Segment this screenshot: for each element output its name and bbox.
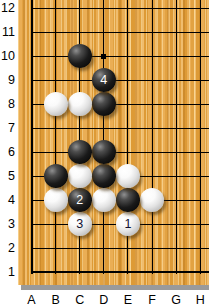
grid-line-col-F	[152, 0, 153, 274]
grid-line-row-1	[31, 271, 210, 273]
row-label-8: 8	[0, 96, 15, 112]
stone-white-C8[interactable]	[68, 92, 92, 116]
row-label-9: 9	[0, 72, 15, 88]
row-label-5: 5	[0, 168, 15, 184]
stone-white-C3[interactable]: 3	[68, 212, 92, 236]
row-label-12: 12	[0, 0, 15, 16]
grid-line-col-G	[176, 0, 177, 274]
move-number-3: 3	[68, 212, 92, 236]
grid-line-col-A	[31, 0, 33, 274]
row-label-1: 1	[0, 264, 15, 280]
row-label-11: 11	[0, 24, 15, 40]
stone-black-D6[interactable]	[92, 140, 116, 164]
grid-line-row-10	[31, 56, 210, 57]
stone-black-E4[interactable]	[116, 188, 140, 212]
grid-line-row-6	[31, 152, 210, 153]
go-board[interactable]	[18, 0, 209, 285]
col-label-H: H	[192, 292, 208, 308]
stone-black-C4[interactable]: 2	[68, 188, 92, 212]
grid-line-row-9	[31, 80, 210, 81]
stone-white-E3[interactable]: 1	[116, 212, 140, 236]
col-label-C: C	[72, 292, 88, 308]
col-label-G: G	[168, 292, 184, 308]
stone-black-B5[interactable]	[44, 164, 68, 188]
grid-line-col-H	[200, 0, 201, 274]
col-label-B: B	[48, 292, 64, 308]
move-number-1: 1	[116, 212, 140, 236]
stone-white-E5[interactable]	[116, 164, 140, 188]
grid-line-col-D	[103, 0, 104, 274]
stone-black-D5[interactable]	[92, 164, 116, 188]
stone-white-C5[interactable]	[68, 164, 92, 188]
grid-line-row-11	[31, 32, 210, 33]
col-label-F: F	[144, 292, 160, 308]
stone-white-F4[interactable]	[140, 188, 164, 212]
stone-white-B8[interactable]	[44, 92, 68, 116]
row-label-4: 4	[0, 192, 15, 208]
row-label-2: 2	[0, 240, 15, 256]
row-label-10: 10	[0, 48, 15, 64]
stone-white-D4[interactable]	[92, 188, 116, 212]
stone-white-B4[interactable]	[44, 188, 68, 212]
row-label-7: 7	[0, 120, 15, 136]
col-label-D: D	[96, 292, 112, 308]
stone-black-C6[interactable]	[68, 140, 92, 164]
stone-black-C10[interactable]	[68, 44, 92, 68]
move-number-4: 4	[92, 68, 116, 92]
row-label-6: 6	[0, 144, 15, 160]
stone-black-D8[interactable]	[92, 92, 116, 116]
grid-line-row-2	[31, 248, 210, 249]
board-shadow	[21, 285, 209, 290]
grid-line-row-7	[31, 128, 210, 129]
grid-line-col-B	[55, 0, 56, 274]
row-label-3: 3	[0, 216, 15, 232]
col-label-E: E	[120, 292, 136, 308]
star-point-D10	[101, 54, 106, 59]
stone-black-D9[interactable]: 4	[92, 68, 116, 92]
go-diagram: 121110987654321ABCDEFGH1324	[0, 0, 209, 308]
grid-line-row-12	[31, 8, 210, 9]
move-number-2: 2	[68, 188, 92, 212]
col-label-A: A	[24, 292, 40, 308]
